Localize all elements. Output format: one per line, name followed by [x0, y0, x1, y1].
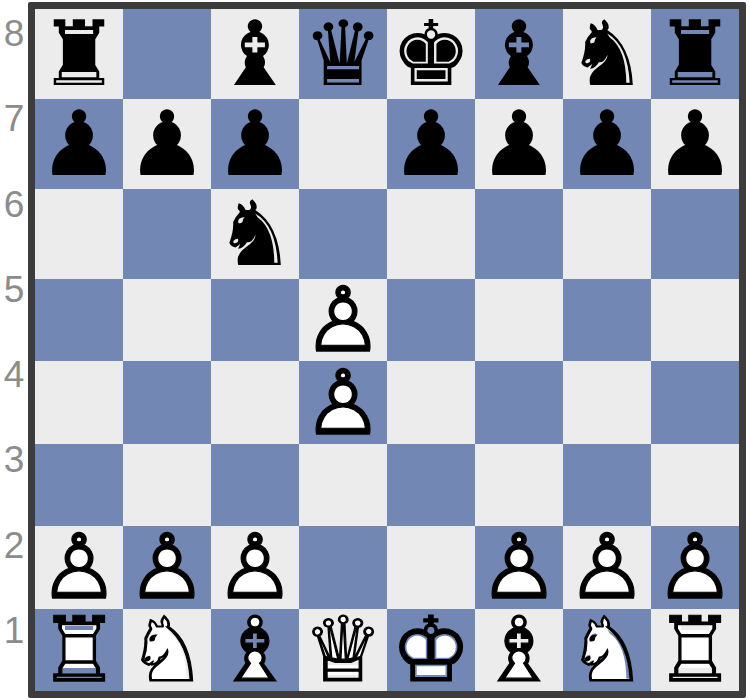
- piece-white-rook[interactable]: ♜♖: [35, 609, 123, 691]
- square-f5[interactable]: [475, 279, 563, 361]
- square-b5[interactable]: [123, 279, 211, 361]
- square-d3[interactable]: [299, 444, 387, 526]
- piece-black-pawn[interactable]: ♟: [479, 99, 560, 189]
- square-g7[interactable]: ♟: [563, 99, 651, 189]
- piece-black-king[interactable]: ♚: [391, 9, 472, 99]
- square-c4[interactable]: [211, 361, 299, 443]
- square-a5[interactable]: [35, 279, 123, 361]
- rank-label-2: 2: [0, 521, 28, 606]
- piece-white-king-outline: ♔: [387, 609, 475, 691]
- square-b7[interactable]: ♟: [123, 99, 211, 189]
- square-f1[interactable]: ♝♗: [475, 609, 563, 691]
- piece-white-rook-outline: ♖: [651, 609, 739, 691]
- piece-white-knight[interactable]: ♞♘: [123, 609, 211, 691]
- rank-label-8: 8: [0, 9, 28, 94]
- rank-label-3: 3: [0, 435, 28, 520]
- piece-black-pawn[interactable]: ♟: [215, 99, 296, 189]
- square-e8[interactable]: ♚: [387, 9, 475, 99]
- square-c5[interactable]: [211, 279, 299, 361]
- piece-white-knight-outline: ♘: [563, 609, 651, 691]
- square-g8[interactable]: ♞: [563, 9, 651, 99]
- piece-white-pawn[interactable]: ♟♙: [299, 361, 387, 443]
- piece-white-king[interactable]: ♚♔: [387, 609, 475, 691]
- square-e1[interactable]: ♚♔: [387, 609, 475, 691]
- square-c1[interactable]: ♝♗: [211, 609, 299, 691]
- piece-black-pawn[interactable]: ♟: [391, 99, 472, 189]
- rank-label-7: 7: [0, 94, 28, 179]
- square-g5[interactable]: [563, 279, 651, 361]
- piece-black-pawn[interactable]: ♟: [39, 99, 120, 189]
- board-frame: ♜♝♛♚♝♞♜♟♟♟♟♟♟♟♞♟♙♟♙♟♙♟♙♟♙♟♙♟♙♟♙♜♖♞♘♝♗♛♕♚…: [28, 2, 746, 698]
- square-g4[interactable]: [563, 361, 651, 443]
- square-h7[interactable]: ♟: [651, 99, 739, 189]
- square-c6[interactable]: ♞: [211, 189, 299, 279]
- piece-white-queen[interactable]: ♛♕: [299, 609, 387, 691]
- piece-white-knight-outline: ♘: [123, 609, 211, 691]
- square-e4[interactable]: [387, 361, 475, 443]
- chess-board-stage: 87654321 ♜♝♛♚♝♞♜♟♟♟♟♟♟♟♞♟♙♟♙♟♙♟♙♟♙♟♙♟♙♟♙…: [0, 0, 750, 700]
- piece-black-pawn[interactable]: ♟: [655, 99, 736, 189]
- piece-white-bishop[interactable]: ♝♗: [211, 609, 299, 691]
- piece-white-rook[interactable]: ♜♖: [651, 609, 739, 691]
- square-d8[interactable]: ♛: [299, 9, 387, 99]
- piece-black-pawn[interactable]: ♟: [127, 99, 208, 189]
- square-b8[interactable]: [123, 9, 211, 99]
- piece-white-rook-outline: ♖: [35, 609, 123, 691]
- piece-black-knight[interactable]: ♞: [215, 189, 296, 279]
- square-e3[interactable]: [387, 444, 475, 526]
- chess-board: ♜♝♛♚♝♞♜♟♟♟♟♟♟♟♞♟♙♟♙♟♙♟♙♟♙♟♙♟♙♟♙♜♖♞♘♝♗♛♕♚…: [35, 9, 739, 691]
- square-e5[interactable]: [387, 279, 475, 361]
- square-f7[interactable]: ♟: [475, 99, 563, 189]
- piece-black-bishop[interactable]: ♝: [215, 9, 296, 99]
- square-e7[interactable]: ♟: [387, 99, 475, 189]
- square-h4[interactable]: [651, 361, 739, 443]
- rank-label-5: 5: [0, 265, 28, 350]
- square-d1[interactable]: ♛♕: [299, 609, 387, 691]
- square-g1[interactable]: ♞♘: [563, 609, 651, 691]
- rank-label-1: 1: [0, 606, 28, 691]
- square-h6[interactable]: [651, 189, 739, 279]
- piece-white-knight[interactable]: ♞♘: [563, 609, 651, 691]
- square-c8[interactable]: ♝: [211, 9, 299, 99]
- square-a1[interactable]: ♜♖: [35, 609, 123, 691]
- piece-white-bishop[interactable]: ♝♗: [475, 609, 563, 691]
- square-d7[interactable]: [299, 99, 387, 189]
- square-h5[interactable]: [651, 279, 739, 361]
- square-b1[interactable]: ♞♘: [123, 609, 211, 691]
- piece-black-rook[interactable]: ♜: [39, 9, 120, 99]
- square-d6[interactable]: [299, 189, 387, 279]
- square-b4[interactable]: [123, 361, 211, 443]
- piece-white-bishop-outline: ♗: [211, 609, 299, 691]
- piece-black-pawn[interactable]: ♟: [567, 99, 648, 189]
- square-f6[interactable]: [475, 189, 563, 279]
- square-h8[interactable]: ♜: [651, 9, 739, 99]
- piece-white-pawn-outline: ♙: [299, 361, 387, 443]
- square-f4[interactable]: [475, 361, 563, 443]
- square-h1[interactable]: ♜♖: [651, 609, 739, 691]
- square-a6[interactable]: [35, 189, 123, 279]
- square-a8[interactable]: ♜: [35, 9, 123, 99]
- square-c7[interactable]: ♟: [211, 99, 299, 189]
- rank-label-6: 6: [0, 180, 28, 265]
- square-f8[interactable]: ♝: [475, 9, 563, 99]
- piece-black-rook[interactable]: ♜: [655, 9, 736, 99]
- square-d4[interactable]: ♟♙: [299, 361, 387, 443]
- square-a4[interactable]: [35, 361, 123, 443]
- piece-black-knight[interactable]: ♞: [567, 9, 648, 99]
- piece-black-bishop[interactable]: ♝: [479, 9, 560, 99]
- square-a7[interactable]: ♟: [35, 99, 123, 189]
- square-e6[interactable]: [387, 189, 475, 279]
- square-g6[interactable]: [563, 189, 651, 279]
- rank-label-4: 4: [0, 350, 28, 435]
- rank-label-column: 87654321: [0, 9, 28, 691]
- square-b6[interactable]: [123, 189, 211, 279]
- piece-white-bishop-outline: ♗: [475, 609, 563, 691]
- piece-white-queen-outline: ♕: [299, 609, 387, 691]
- piece-black-queen[interactable]: ♛: [303, 9, 384, 99]
